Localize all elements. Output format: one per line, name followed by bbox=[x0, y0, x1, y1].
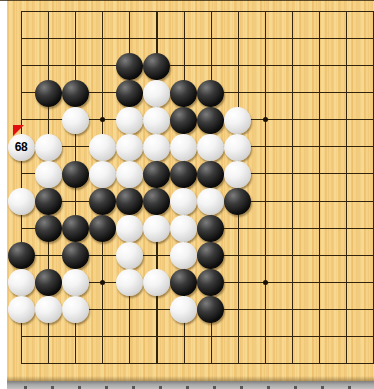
last-move-triangle-marker bbox=[13, 125, 24, 136]
window-top-edge bbox=[0, 0, 374, 1]
last-move-marker-layer bbox=[0, 0, 374, 381]
bottom-gray-band bbox=[0, 381, 374, 389]
go-app-window: 68 bbox=[0, 0, 374, 389]
left-white-gutter bbox=[0, 0, 7, 389]
